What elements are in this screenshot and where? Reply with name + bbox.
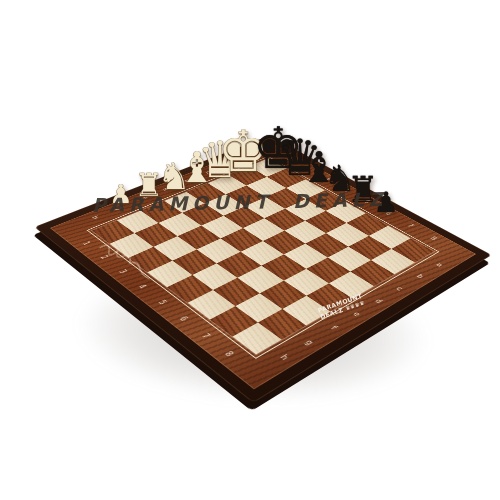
- pieces-layer: ♟♜♞♝♛♚♚♛♝♞♜♟: [0, 0, 500, 500]
- product-photo: 12345678 12345678 abcdefgh abcdefgh PARA…: [0, 0, 500, 500]
